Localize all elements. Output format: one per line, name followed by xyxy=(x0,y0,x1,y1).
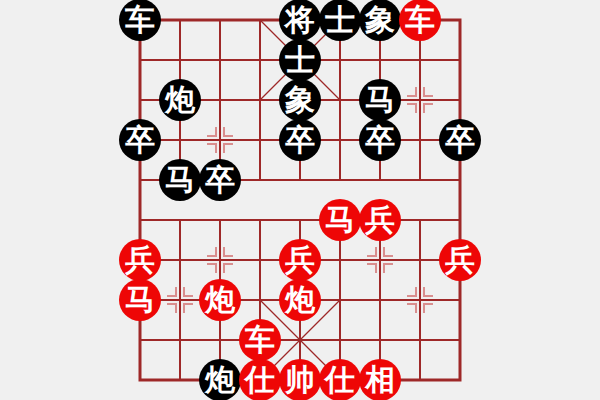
piece-black-soldier[interactable]: 卒 xyxy=(439,119,481,161)
piece-black-soldier[interactable]: 卒 xyxy=(359,119,401,161)
piece-black-general[interactable]: 将 xyxy=(279,0,321,41)
piece-black-cannon[interactable]: 炮 xyxy=(199,359,241,400)
piece-red-chariot[interactable]: 车 xyxy=(239,319,281,361)
piece-red-general[interactable]: 帅 xyxy=(279,359,321,400)
piece-black-horse[interactable]: 马 xyxy=(359,79,401,121)
xiangqi-app: 车将士象士炮象马卒卒卒卒马卒炮车马兵兵兵兵马炮炮车仕帅仕相 xyxy=(0,0,600,400)
piece-red-advisor[interactable]: 仕 xyxy=(239,359,281,400)
piece-red-soldier[interactable]: 兵 xyxy=(279,239,321,281)
piece-black-soldier[interactable]: 卒 xyxy=(119,119,161,161)
piece-black-soldier[interactable]: 卒 xyxy=(199,159,241,201)
piece-red-elephant[interactable]: 相 xyxy=(359,359,401,400)
piece-red-soldier[interactable]: 兵 xyxy=(359,199,401,241)
piece-black-soldier[interactable]: 卒 xyxy=(279,119,321,161)
piece-black-elephant[interactable]: 象 xyxy=(279,79,321,121)
piece-red-horse[interactable]: 马 xyxy=(119,279,161,321)
piece-black-cannon[interactable]: 炮 xyxy=(159,79,201,121)
piece-black-chariot[interactable]: 车 xyxy=(119,0,161,41)
piece-red-soldier[interactable]: 兵 xyxy=(439,239,481,281)
piece-red-cannon[interactable]: 炮 xyxy=(199,279,241,321)
piece-black-advisor[interactable]: 士 xyxy=(319,0,361,41)
piece-black-horse[interactable]: 马 xyxy=(159,159,201,201)
piece-red-cannon[interactable]: 炮 xyxy=(279,279,321,321)
piece-red-advisor[interactable]: 仕 xyxy=(319,359,361,400)
piece-black-elephant[interactable]: 象 xyxy=(359,0,401,41)
piece-red-chariot[interactable]: 车 xyxy=(399,0,441,41)
piece-red-soldier[interactable]: 兵 xyxy=(119,239,161,281)
piece-red-horse[interactable]: 马 xyxy=(319,199,361,241)
piece-black-advisor[interactable]: 士 xyxy=(279,39,321,81)
